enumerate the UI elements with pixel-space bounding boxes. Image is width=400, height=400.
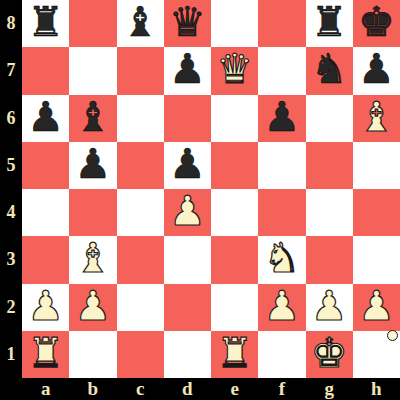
- black-bishop[interactable]: ♝: [74, 97, 111, 138]
- white-pawn[interactable]: ♟: [74, 286, 111, 327]
- black-rook[interactable]: ♜: [311, 2, 348, 43]
- black-king[interactable]: ♚: [358, 2, 395, 43]
- black-pawn[interactable]: ♟: [27, 97, 64, 138]
- square-f2[interactable]: ♟: [258, 284, 305, 331]
- white-pawn[interactable]: ♟: [358, 286, 395, 327]
- square-a2[interactable]: ♟: [22, 284, 69, 331]
- file-labels: a b c d e f g h: [22, 378, 400, 400]
- white-pawn[interactable]: ♟: [263, 286, 300, 327]
- square-b1[interactable]: [69, 331, 116, 378]
- white-rook[interactable]: ♜: [27, 333, 64, 374]
- black-knight[interactable]: ♞: [311, 49, 348, 90]
- file-label-a: a: [22, 378, 69, 400]
- square-e5[interactable]: [211, 142, 258, 189]
- square-e1[interactable]: ♜: [211, 331, 258, 378]
- square-f7[interactable]: [258, 47, 305, 94]
- square-c2[interactable]: [117, 284, 164, 331]
- file-label-g: g: [306, 378, 353, 400]
- file-label-d: d: [164, 378, 211, 400]
- square-h6[interactable]: ♝: [353, 95, 400, 142]
- file-label-e: e: [211, 378, 258, 400]
- white-pawn[interactable]: ♟: [169, 191, 206, 232]
- square-e4[interactable]: [211, 189, 258, 236]
- rank-label-3: 3: [0, 236, 22, 283]
- square-c4[interactable]: [117, 189, 164, 236]
- white-knight[interactable]: ♞: [263, 238, 300, 279]
- square-f6[interactable]: ♟: [258, 95, 305, 142]
- rank-label-5: 5: [0, 142, 22, 189]
- square-a4[interactable]: [22, 189, 69, 236]
- square-d7[interactable]: ♟: [164, 47, 211, 94]
- white-pawn[interactable]: ♟: [27, 286, 64, 327]
- square-f8[interactable]: [258, 0, 305, 47]
- square-a1[interactable]: ♜: [22, 331, 69, 378]
- file-label-f: f: [258, 378, 305, 400]
- square-c3[interactable]: [117, 236, 164, 283]
- square-f4[interactable]: [258, 189, 305, 236]
- square-e2[interactable]: [211, 284, 258, 331]
- file-label-b: b: [69, 378, 116, 400]
- black-pawn[interactable]: ♟: [263, 97, 300, 138]
- square-d3[interactable]: [164, 236, 211, 283]
- square-g2[interactable]: ♟: [306, 284, 353, 331]
- square-a7[interactable]: [22, 47, 69, 94]
- square-b6[interactable]: ♝: [69, 95, 116, 142]
- square-c6[interactable]: [117, 95, 164, 142]
- white-pawn[interactable]: ♟: [311, 286, 348, 327]
- chess-diagram: 8 7 6 5 4 3 2 1 ♜♝♛♜♚♟♛♞♟♟♝♟♝♟♟♟♝♞♟♟♟♟♟♜…: [0, 0, 400, 400]
- square-h8[interactable]: ♚: [353, 0, 400, 47]
- rank-label-1: 1: [0, 331, 22, 378]
- square-e7[interactable]: ♛: [211, 47, 258, 94]
- square-c8[interactable]: ♝: [117, 0, 164, 47]
- black-queen[interactable]: ♛: [169, 2, 206, 43]
- chess-board: ♜♝♛♜♚♟♛♞♟♟♝♟♝♟♟♟♝♞♟♟♟♟♟♜♜♚: [22, 0, 400, 378]
- square-f1[interactable]: [258, 331, 305, 378]
- square-e3[interactable]: [211, 236, 258, 283]
- square-c7[interactable]: [117, 47, 164, 94]
- square-b8[interactable]: [69, 0, 116, 47]
- black-pawn[interactable]: ♟: [358, 49, 395, 90]
- square-a3[interactable]: [22, 236, 69, 283]
- white-bishop[interactable]: ♝: [74, 238, 111, 279]
- square-d6[interactable]: [164, 95, 211, 142]
- square-a5[interactable]: [22, 142, 69, 189]
- square-e6[interactable]: [211, 95, 258, 142]
- square-d4[interactable]: ♟: [164, 189, 211, 236]
- black-rook[interactable]: ♜: [27, 2, 64, 43]
- square-g4[interactable]: [306, 189, 353, 236]
- square-d8[interactable]: ♛: [164, 0, 211, 47]
- square-e8[interactable]: [211, 0, 258, 47]
- rank-label-4: 4: [0, 189, 22, 236]
- square-h4[interactable]: [353, 189, 400, 236]
- file-label-h: h: [353, 378, 400, 400]
- square-b2[interactable]: ♟: [69, 284, 116, 331]
- black-pawn[interactable]: ♟: [169, 144, 206, 185]
- square-h5[interactable]: [353, 142, 400, 189]
- rank-labels: 8 7 6 5 4 3 2 1: [0, 0, 22, 378]
- rank-label-2: 2: [0, 284, 22, 331]
- square-b3[interactable]: ♝: [69, 236, 116, 283]
- square-h2[interactable]: ♟: [353, 284, 400, 331]
- square-g5[interactable]: [306, 142, 353, 189]
- black-bishop[interactable]: ♝: [122, 2, 159, 43]
- white-bishop[interactable]: ♝: [358, 97, 395, 138]
- square-g7[interactable]: ♞: [306, 47, 353, 94]
- square-g8[interactable]: ♜: [306, 0, 353, 47]
- rank-label-7: 7: [0, 47, 22, 94]
- square-g6[interactable]: [306, 95, 353, 142]
- square-b5[interactable]: ♟: [69, 142, 116, 189]
- rank-label-6: 6: [0, 95, 22, 142]
- black-pawn[interactable]: ♟: [169, 49, 206, 90]
- square-a6[interactable]: ♟: [22, 95, 69, 142]
- white-to-move-indicator: [387, 330, 398, 341]
- square-h3[interactable]: [353, 236, 400, 283]
- square-g3[interactable]: [306, 236, 353, 283]
- square-f3[interactable]: ♞: [258, 236, 305, 283]
- square-c5[interactable]: [117, 142, 164, 189]
- square-c1[interactable]: [117, 331, 164, 378]
- file-label-c: c: [117, 378, 164, 400]
- square-b7[interactable]: [69, 47, 116, 94]
- black-pawn[interactable]: ♟: [74, 144, 111, 185]
- white-rook[interactable]: ♜: [216, 333, 253, 374]
- square-h7[interactable]: ♟: [353, 47, 400, 94]
- square-a8[interactable]: ♜: [22, 0, 69, 47]
- white-king[interactable]: ♚: [311, 333, 348, 374]
- square-d2[interactable]: [164, 284, 211, 331]
- square-b4[interactable]: [69, 189, 116, 236]
- rank-label-8: 8: [0, 0, 22, 47]
- square-f5[interactable]: [258, 142, 305, 189]
- square-d5[interactable]: ♟: [164, 142, 211, 189]
- white-queen[interactable]: ♛: [216, 49, 253, 90]
- square-d1[interactable]: [164, 331, 211, 378]
- square-g1[interactable]: ♚: [306, 331, 353, 378]
